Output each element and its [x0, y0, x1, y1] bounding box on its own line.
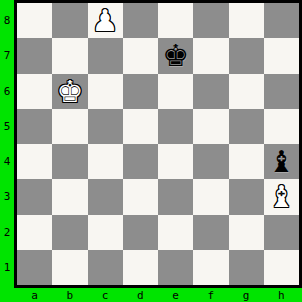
- rank-label-2: 2: [0, 215, 14, 250]
- square-f6[interactable]: [193, 74, 228, 109]
- rank-label-3: 3: [0, 179, 14, 214]
- square-a4[interactable]: [17, 144, 52, 179]
- square-b5[interactable]: [52, 109, 87, 144]
- square-e1[interactable]: [158, 250, 193, 285]
- square-h2[interactable]: [264, 215, 299, 250]
- square-g6[interactable]: [229, 74, 264, 109]
- square-h4[interactable]: ♝: [264, 144, 299, 179]
- file-label-a: a: [17, 288, 52, 302]
- square-d4[interactable]: [123, 144, 158, 179]
- square-a1[interactable]: [17, 250, 52, 285]
- chess-board: ♟♚♚♝♝: [17, 3, 299, 285]
- square-e2[interactable]: [158, 215, 193, 250]
- square-d7[interactable]: [123, 38, 158, 73]
- file-label-h: h: [264, 288, 299, 302]
- square-d8[interactable]: [123, 3, 158, 38]
- square-e5[interactable]: [158, 109, 193, 144]
- file-labels: a b c d e f g h: [17, 288, 299, 302]
- rank-label-1: 1: [0, 250, 14, 285]
- rank-label-4: 4: [0, 144, 14, 179]
- rank-label-8: 8: [0, 3, 14, 38]
- square-b4[interactable]: [52, 144, 87, 179]
- square-b2[interactable]: [52, 215, 87, 250]
- file-label-d: d: [123, 288, 158, 302]
- square-d6[interactable]: [123, 74, 158, 109]
- square-f8[interactable]: [193, 3, 228, 38]
- square-b8[interactable]: [52, 3, 87, 38]
- chess-app-window: 8 7 6 5 4 3 2 1 ♟♚♚♝♝ a b c d e f g h: [0, 0, 302, 302]
- square-h7[interactable]: [264, 38, 299, 73]
- square-d3[interactable]: [123, 179, 158, 214]
- square-a3[interactable]: [17, 179, 52, 214]
- square-c4[interactable]: [88, 144, 123, 179]
- square-c1[interactable]: [88, 250, 123, 285]
- square-e4[interactable]: [158, 144, 193, 179]
- square-h3[interactable]: ♝: [264, 179, 299, 214]
- board-frame: ♟♚♚♝♝: [14, 0, 302, 288]
- black-king[interactable]: ♚: [162, 38, 189, 73]
- square-h5[interactable]: [264, 109, 299, 144]
- square-c8[interactable]: ♟: [88, 3, 123, 38]
- square-b3[interactable]: [52, 179, 87, 214]
- square-h1[interactable]: [264, 250, 299, 285]
- file-label-f: f: [193, 288, 228, 302]
- square-g3[interactable]: [229, 179, 264, 214]
- square-e7[interactable]: ♚: [158, 38, 193, 73]
- square-a6[interactable]: [17, 74, 52, 109]
- square-g7[interactable]: [229, 38, 264, 73]
- square-f1[interactable]: [193, 250, 228, 285]
- square-d2[interactable]: [123, 215, 158, 250]
- square-g1[interactable]: [229, 250, 264, 285]
- file-label-g: g: [229, 288, 264, 302]
- square-b7[interactable]: [52, 38, 87, 73]
- square-b6[interactable]: ♚: [52, 74, 87, 109]
- square-e8[interactable]: [158, 3, 193, 38]
- rank-label-5: 5: [0, 109, 14, 144]
- square-a7[interactable]: [17, 38, 52, 73]
- square-h6[interactable]: [264, 74, 299, 109]
- file-label-b: b: [52, 288, 87, 302]
- square-f3[interactable]: [193, 179, 228, 214]
- square-f7[interactable]: [193, 38, 228, 73]
- square-a5[interactable]: [17, 109, 52, 144]
- square-h8[interactable]: [264, 3, 299, 38]
- square-a8[interactable]: [17, 3, 52, 38]
- file-label-e: e: [158, 288, 193, 302]
- square-g2[interactable]: [229, 215, 264, 250]
- square-f4[interactable]: [193, 144, 228, 179]
- rank-label-6: 6: [0, 74, 14, 109]
- square-g8[interactable]: [229, 3, 264, 38]
- square-f5[interactable]: [193, 109, 228, 144]
- white-bishop[interactable]: ♝: [268, 179, 295, 214]
- square-d5[interactable]: [123, 109, 158, 144]
- square-a2[interactable]: [17, 215, 52, 250]
- square-c2[interactable]: [88, 215, 123, 250]
- square-c3[interactable]: [88, 179, 123, 214]
- rank-labels: 8 7 6 5 4 3 2 1: [0, 3, 14, 285]
- square-d1[interactable]: [123, 250, 158, 285]
- square-e3[interactable]: [158, 179, 193, 214]
- square-b1[interactable]: [52, 250, 87, 285]
- square-c7[interactable]: [88, 38, 123, 73]
- file-label-c: c: [88, 288, 123, 302]
- white-king[interactable]: ♚: [56, 74, 83, 109]
- square-g4[interactable]: [229, 144, 264, 179]
- square-c6[interactable]: [88, 74, 123, 109]
- square-e6[interactable]: [158, 74, 193, 109]
- rank-label-7: 7: [0, 38, 14, 73]
- black-bishop[interactable]: ♝: [268, 144, 295, 179]
- square-c5[interactable]: [88, 109, 123, 144]
- square-g5[interactable]: [229, 109, 264, 144]
- white-pawn[interactable]: ♟: [92, 3, 119, 38]
- square-f2[interactable]: [193, 215, 228, 250]
